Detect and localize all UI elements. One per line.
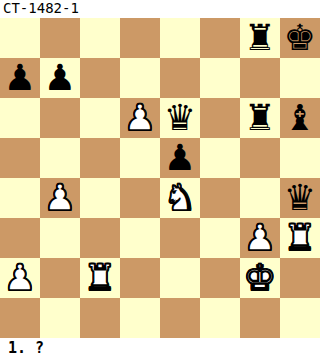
- square-e1[interactable]: [160, 298, 200, 338]
- square-b3[interactable]: [40, 218, 80, 258]
- square-f5[interactable]: [200, 138, 240, 178]
- square-d2[interactable]: [120, 258, 160, 298]
- white-pawn-piece: ♟: [44, 178, 76, 218]
- square-h2[interactable]: [280, 258, 320, 298]
- square-c6[interactable]: [80, 98, 120, 138]
- white-pawn-piece: ♟: [124, 98, 156, 138]
- square-g5[interactable]: [240, 138, 280, 178]
- black-king-piece: ♚: [284, 18, 316, 58]
- square-a1[interactable]: [0, 298, 40, 338]
- square-g7[interactable]: [240, 58, 280, 98]
- square-f1[interactable]: [200, 298, 240, 338]
- square-h6[interactable]: ♝: [280, 98, 320, 138]
- square-f8[interactable]: [200, 18, 240, 58]
- square-f2[interactable]: [200, 258, 240, 298]
- square-b6[interactable]: [40, 98, 80, 138]
- move-prompt: 1. ?: [0, 338, 320, 360]
- square-b1[interactable]: [40, 298, 80, 338]
- square-c4[interactable]: [80, 178, 120, 218]
- square-h1[interactable]: [280, 298, 320, 338]
- square-e4[interactable]: ♞: [160, 178, 200, 218]
- square-g3[interactable]: ♟: [240, 218, 280, 258]
- square-h7[interactable]: [280, 58, 320, 98]
- black-bishop-piece: ♝: [284, 98, 316, 138]
- square-c1[interactable]: [80, 298, 120, 338]
- square-g4[interactable]: [240, 178, 280, 218]
- square-g6[interactable]: ♜: [240, 98, 280, 138]
- white-knight-piece: ♞: [164, 178, 196, 218]
- square-b7[interactable]: ♟: [40, 58, 80, 98]
- square-a3[interactable]: [0, 218, 40, 258]
- square-d1[interactable]: [120, 298, 160, 338]
- square-a2[interactable]: ♟: [0, 258, 40, 298]
- square-h8[interactable]: ♚: [280, 18, 320, 58]
- square-a5[interactable]: [0, 138, 40, 178]
- square-a4[interactable]: [0, 178, 40, 218]
- square-g2[interactable]: ♚: [240, 258, 280, 298]
- square-f3[interactable]: [200, 218, 240, 258]
- square-d5[interactable]: [120, 138, 160, 178]
- square-e6[interactable]: ♛: [160, 98, 200, 138]
- black-queen-piece: ♛: [284, 178, 316, 218]
- black-queen-piece: ♛: [164, 98, 196, 138]
- square-c5[interactable]: [80, 138, 120, 178]
- square-c3[interactable]: [80, 218, 120, 258]
- chess-board: ♜♚♟♟♟♛♜♝♟♟♞♛♟♜♟♜♚: [0, 18, 320, 338]
- square-e8[interactable]: [160, 18, 200, 58]
- square-d6[interactable]: ♟: [120, 98, 160, 138]
- square-b8[interactable]: [40, 18, 80, 58]
- white-king-piece: ♚: [244, 258, 276, 298]
- square-b4[interactable]: ♟: [40, 178, 80, 218]
- square-b5[interactable]: [40, 138, 80, 178]
- black-pawn-piece: ♟: [44, 58, 76, 98]
- square-e3[interactable]: [160, 218, 200, 258]
- chess-puzzle-page: { "game": "chess", "position": "6rk/pp6/…: [0, 0, 320, 360]
- square-d7[interactable]: [120, 58, 160, 98]
- square-c2[interactable]: ♜: [80, 258, 120, 298]
- white-pawn-piece: ♟: [244, 218, 276, 258]
- square-e5[interactable]: ♟: [160, 138, 200, 178]
- white-rook-piece: ♜: [284, 218, 316, 258]
- black-pawn-piece: ♟: [4, 58, 36, 98]
- square-h4[interactable]: ♛: [280, 178, 320, 218]
- square-a8[interactable]: [0, 18, 40, 58]
- square-d4[interactable]: [120, 178, 160, 218]
- puzzle-id-title: CT-1482-1: [0, 0, 320, 18]
- square-d3[interactable]: [120, 218, 160, 258]
- white-pawn-piece: ♟: [4, 258, 36, 298]
- square-f6[interactable]: [200, 98, 240, 138]
- square-c7[interactable]: [80, 58, 120, 98]
- square-a6[interactable]: [0, 98, 40, 138]
- square-c8[interactable]: [80, 18, 120, 58]
- square-h3[interactable]: ♜: [280, 218, 320, 258]
- white-rook-piece: ♜: [84, 258, 116, 298]
- square-e2[interactable]: [160, 258, 200, 298]
- square-a7[interactable]: ♟: [0, 58, 40, 98]
- black-rook-piece: ♜: [244, 98, 276, 138]
- black-pawn-piece: ♟: [164, 138, 196, 178]
- square-d8[interactable]: [120, 18, 160, 58]
- black-rook-piece: ♜: [244, 18, 276, 58]
- square-f7[interactable]: [200, 58, 240, 98]
- square-g1[interactable]: [240, 298, 280, 338]
- square-f4[interactable]: [200, 178, 240, 218]
- square-b2[interactable]: [40, 258, 80, 298]
- square-h5[interactable]: [280, 138, 320, 178]
- square-e7[interactable]: [160, 58, 200, 98]
- square-g8[interactable]: ♜: [240, 18, 280, 58]
